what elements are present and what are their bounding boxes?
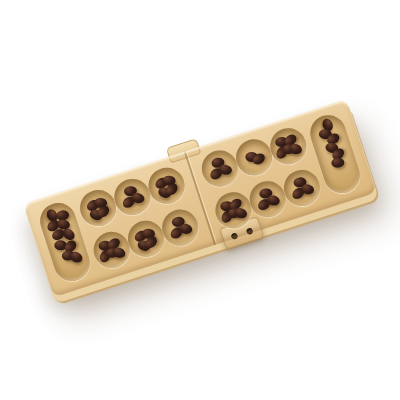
hinge-screw-hole xyxy=(231,232,239,240)
photo-background xyxy=(0,0,400,400)
pit-far-6[interactable] xyxy=(266,124,311,169)
pit-near-6[interactable] xyxy=(279,165,324,210)
pit-near-3[interactable] xyxy=(157,205,202,250)
hinge-screw-hole xyxy=(246,228,254,236)
pit-far-3[interactable] xyxy=(144,163,189,208)
mancala-board xyxy=(23,99,377,297)
seed xyxy=(331,157,345,168)
seed xyxy=(68,250,84,265)
